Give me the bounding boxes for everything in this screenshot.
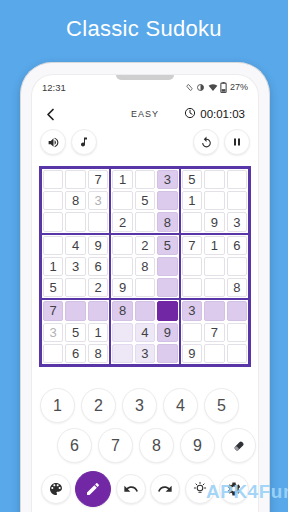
- page-title: Classic Sudoku: [0, 16, 288, 42]
- sudoku-box-9: 379: [180, 299, 249, 365]
- battery-icon: [220, 82, 227, 93]
- cell-r5c5[interactable]: 8: [135, 257, 155, 276]
- sudoku-box-1: 783: [41, 168, 110, 234]
- cell-r8c6[interactable]: 9: [157, 323, 177, 342]
- cell-r6c9[interactable]: 8: [227, 278, 247, 297]
- sudoku-box-6: 7168: [180, 234, 249, 300]
- sudoku-box-7: 735168: [41, 299, 110, 365]
- game-header: EASY 00:01:03: [32, 103, 258, 125]
- cell-r9c1[interactable]: [43, 344, 63, 363]
- cell-r5c1[interactable]: 1: [43, 257, 63, 276]
- sudoku-box-3: 5193: [180, 168, 249, 234]
- cell-r8c9[interactable]: [227, 323, 247, 342]
- music-button[interactable]: [71, 129, 97, 155]
- sound-controls-row: [32, 129, 258, 157]
- cell-r2c1[interactable]: [43, 191, 63, 210]
- cell-r1c8[interactable]: [204, 170, 224, 189]
- cell-r3c7[interactable]: [182, 212, 202, 231]
- sudoku-board: 7831352851934913652258971687351688493379: [39, 166, 251, 367]
- cell-r5c2[interactable]: 3: [65, 257, 85, 276]
- cell-r2c2[interactable]: 8: [65, 191, 85, 210]
- cell-r3c5[interactable]: [135, 212, 155, 231]
- watermark: APK4Fun: [206, 481, 288, 503]
- cell-r1c9[interactable]: [227, 170, 247, 189]
- cell-r7c2[interactable]: [65, 301, 85, 320]
- cell-r1c2[interactable]: [65, 170, 85, 189]
- cell-r9c8[interactable]: [204, 344, 224, 363]
- cell-r9c6[interactable]: [157, 344, 177, 363]
- cell-r6c8[interactable]: [204, 278, 224, 297]
- cell-r3c1[interactable]: [43, 212, 63, 231]
- cell-r9c5[interactable]: 3: [135, 344, 155, 363]
- cell-r6c4[interactable]: 9: [112, 278, 132, 297]
- cell-r8c5[interactable]: 4: [135, 323, 155, 342]
- sudoku-box-8: 8493: [110, 299, 179, 365]
- cell-r2c5[interactable]: 5: [135, 191, 155, 210]
- difficulty-label: EASY: [131, 109, 159, 119]
- pencil-button[interactable]: [75, 471, 111, 507]
- cell-r6c5[interactable]: [135, 278, 155, 297]
- status-time: 12:31: [42, 82, 66, 93]
- cell-r7c7[interactable]: 3: [182, 301, 202, 320]
- numpad-3[interactable]: 3: [122, 388, 157, 423]
- numpad-2[interactable]: 2: [81, 388, 116, 423]
- cell-r3c6[interactable]: 8: [157, 212, 177, 231]
- numpad-4[interactable]: 4: [163, 388, 198, 423]
- cell-r6c6[interactable]: [157, 278, 177, 297]
- cell-r2c3[interactable]: 3: [88, 191, 108, 210]
- numpad-5[interactable]: 5: [204, 388, 239, 423]
- cell-r4c1[interactable]: [43, 236, 63, 255]
- cell-r8c8[interactable]: 7: [204, 323, 224, 342]
- cell-r2c6[interactable]: [157, 191, 177, 210]
- cell-r4c4[interactable]: [112, 236, 132, 255]
- back-button[interactable]: [45, 108, 56, 121]
- cell-r7c1[interactable]: 7: [43, 301, 63, 320]
- pause-button[interactable]: [224, 129, 250, 155]
- redo-button[interactable]: [150, 474, 180, 504]
- cell-r6c3[interactable]: 2: [88, 278, 108, 297]
- cell-r8c7[interactable]: [182, 323, 202, 342]
- cell-r4c7[interactable]: 7: [182, 236, 202, 255]
- number-pad: 12345 6789: [32, 388, 258, 468]
- cell-r1c3[interactable]: 7: [88, 170, 108, 189]
- cell-r2c7[interactable]: 1: [182, 191, 202, 210]
- numpad-1[interactable]: 1: [40, 388, 75, 423]
- cell-r4c9[interactable]: 6: [227, 236, 247, 255]
- cell-r3c3[interactable]: [88, 212, 108, 231]
- cell-r5c4[interactable]: [112, 257, 132, 276]
- cell-r7c8[interactable]: [204, 301, 224, 320]
- cell-r9c2[interactable]: 6: [65, 344, 85, 363]
- cell-r9c7[interactable]: 9: [182, 344, 202, 363]
- cell-r7c4[interactable]: 8: [112, 301, 132, 320]
- cell-r3c8[interactable]: 9: [204, 212, 224, 231]
- cell-r2c4[interactable]: [112, 191, 132, 210]
- cell-r7c5[interactable]: [135, 301, 155, 320]
- cell-r8c3[interactable]: 1: [88, 323, 108, 342]
- cell-r4c8[interactable]: 1: [204, 236, 224, 255]
- cell-r7c6[interactable]: [157, 301, 177, 320]
- cell-r1c7[interactable]: 5: [182, 170, 202, 189]
- cell-r2c9[interactable]: [227, 191, 247, 210]
- undo-button[interactable]: [116, 474, 146, 504]
- wifi-icon: [208, 83, 218, 92]
- cell-r3c4[interactable]: 2: [112, 212, 132, 231]
- clock-icon: [184, 107, 196, 121]
- cell-r3c9[interactable]: 3: [227, 212, 247, 231]
- cell-r3c2[interactable]: [65, 212, 85, 231]
- sudoku-box-5: 2589: [110, 234, 179, 300]
- cell-r7c9[interactable]: [227, 301, 247, 320]
- phone-frame: 12:31 27% EASY 00:01:03: [20, 62, 270, 512]
- status-bar: 12:31 27%: [32, 80, 258, 94]
- eraser-button[interactable]: [221, 428, 256, 463]
- cell-r8c2[interactable]: 5: [65, 323, 85, 342]
- data-saver-icon: [196, 83, 205, 92]
- palette-button[interactable]: [41, 474, 71, 504]
- cell-r9c4[interactable]: [112, 344, 132, 363]
- cell-r4c2[interactable]: 4: [65, 236, 85, 255]
- cell-r5c3[interactable]: 6: [88, 257, 108, 276]
- restart-button[interactable]: [193, 129, 219, 155]
- cell-r5c9[interactable]: [227, 257, 247, 276]
- cell-r5c6[interactable]: [157, 257, 177, 276]
- cell-r4c6[interactable]: 5: [157, 236, 177, 255]
- cell-r1c6[interactable]: 3: [157, 170, 177, 189]
- cell-r1c5[interactable]: [135, 170, 155, 189]
- cell-r5c7[interactable]: [182, 257, 202, 276]
- numpad-8[interactable]: 8: [139, 428, 174, 463]
- cell-r1c4[interactable]: 1: [112, 170, 132, 189]
- numpad-6[interactable]: 6: [57, 428, 92, 463]
- cell-r6c2[interactable]: [65, 278, 85, 297]
- cell-r6c1[interactable]: 5: [43, 278, 63, 297]
- cell-r5c8[interactable]: [204, 257, 224, 276]
- cell-r2c8[interactable]: [204, 191, 224, 210]
- sudoku-box-2: 13528: [110, 168, 179, 234]
- sudoku-box-4: 4913652: [41, 234, 110, 300]
- cell-r8c4[interactable]: [112, 323, 132, 342]
- cell-r4c5[interactable]: 2: [135, 236, 155, 255]
- cell-r8c1[interactable]: 3: [43, 323, 63, 342]
- timer-value: 00:01:03: [200, 108, 245, 120]
- cell-r6c7[interactable]: [182, 278, 202, 297]
- numpad-7[interactable]: 7: [98, 428, 133, 463]
- phone-screen: 12:31 27% EASY 00:01:03: [31, 74, 259, 512]
- cell-r7c3[interactable]: [88, 301, 108, 320]
- cell-r9c3[interactable]: 8: [88, 344, 108, 363]
- vibrate-icon: [185, 83, 194, 92]
- numpad-9[interactable]: 9: [180, 428, 215, 463]
- volume-button[interactable]: [40, 129, 66, 155]
- cell-r1c1[interactable]: [43, 170, 63, 189]
- battery-percent: 27%: [230, 82, 248, 92]
- cell-r9c9[interactable]: [227, 344, 247, 363]
- cell-r4c3[interactable]: 9: [88, 236, 108, 255]
